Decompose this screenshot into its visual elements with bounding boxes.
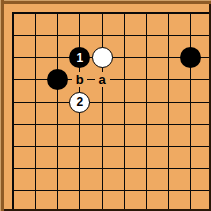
grid-line-horizontal xyxy=(12,79,211,80)
point-label-b: b xyxy=(76,73,84,86)
cropped-right-grid-line xyxy=(209,3,211,211)
grid-line-vertical xyxy=(35,12,36,211)
grid-line-vertical xyxy=(190,12,191,211)
board-left-edge xyxy=(0,0,4,211)
grid-line-horizontal xyxy=(12,35,211,36)
move-number-label: 2 xyxy=(76,96,83,108)
move-number-label: 1 xyxy=(76,52,83,64)
grid-line-horizontal xyxy=(12,102,211,103)
grid-line-vertical xyxy=(57,12,58,211)
grid-line-horizontal xyxy=(12,146,211,147)
grid-line-vertical xyxy=(12,12,14,211)
grid-line-vertical xyxy=(102,12,103,211)
white-stone[interactable]: 2 xyxy=(69,92,90,113)
labeled-point-b[interactable]: b xyxy=(72,72,87,87)
grid-line-horizontal xyxy=(12,12,211,14)
grid-line-horizontal xyxy=(12,190,211,191)
labeled-point-a[interactable]: a xyxy=(95,72,110,87)
white-stone[interactable] xyxy=(92,47,113,68)
black-stone[interactable]: 1 xyxy=(69,47,90,68)
go-board: ba12 xyxy=(0,0,211,211)
cropped-bottom-grid-line xyxy=(3,209,211,211)
grid-line-horizontal xyxy=(12,124,211,125)
grid-line-vertical xyxy=(124,12,125,211)
grid-line-vertical xyxy=(146,12,147,211)
black-stone[interactable] xyxy=(180,47,201,68)
point-label-a: a xyxy=(98,73,105,86)
board-top-edge xyxy=(0,0,211,4)
grid-line-horizontal xyxy=(12,168,211,169)
grid-line-vertical xyxy=(168,12,169,211)
black-stone[interactable] xyxy=(47,69,68,90)
